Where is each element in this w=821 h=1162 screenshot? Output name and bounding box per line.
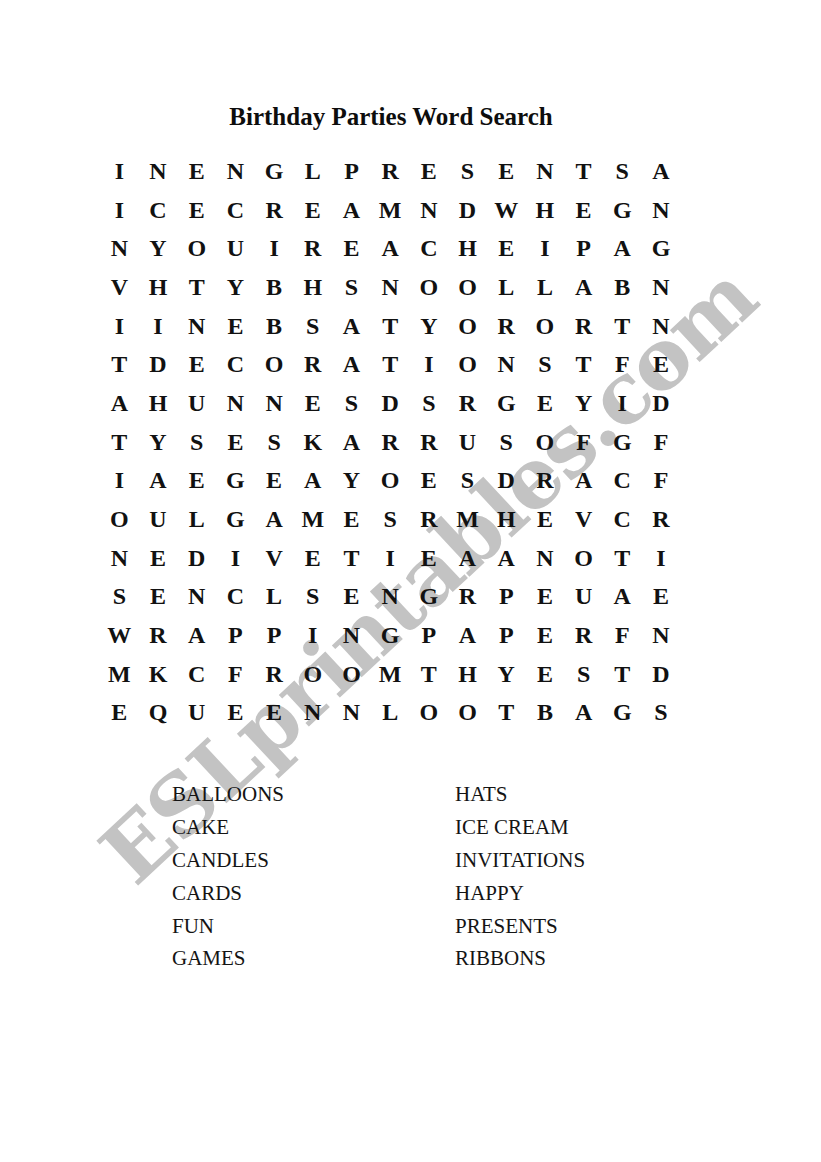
grid-cell-r9c1: I [100, 462, 139, 501]
grid-cell-r11c12: N [526, 539, 565, 578]
grid-cell-r15c12: B [526, 694, 565, 733]
grid-cell-r7c4: N [216, 384, 255, 423]
grid-cell-r2c1: I [100, 191, 139, 230]
word-list-item: HAPPY [455, 877, 585, 910]
grid-cell-r13c14: F [603, 616, 642, 655]
grid-cell-r2c15: N [642, 191, 681, 230]
grid-cell-r11c9: E [410, 539, 449, 578]
page-title: Birthday Parties Word Search [0, 100, 782, 133]
grid-cell-r13c7: N [332, 616, 371, 655]
grid-cell-r7c11: G [487, 384, 526, 423]
grid-cell-r11c13: O [564, 539, 603, 578]
grid-cell-r15c2: Q [139, 694, 178, 733]
grid-cell-r2c5: R [255, 191, 294, 230]
grid-cell-r10c14: C [603, 500, 642, 539]
grid-cell-r4c9: O [410, 268, 449, 307]
grid-cell-r11c15: I [642, 539, 681, 578]
grid-cell-r13c4: P [216, 616, 255, 655]
grid-cell-r9c13: A [564, 462, 603, 501]
grid-cell-r11c3: D [177, 539, 216, 578]
grid-cell-r2c11: W [487, 191, 526, 230]
grid-cell-r8c2: Y [139, 423, 178, 462]
word-list-item: ICE CREAM [455, 811, 585, 844]
grid-cell-r8c10: U [448, 423, 487, 462]
grid-cell-r5c5: B [255, 307, 294, 346]
grid-cell-r13c3: A [177, 616, 216, 655]
grid-cell-r10c10: M [448, 500, 487, 539]
grid-cell-r8c7: A [332, 423, 371, 462]
grid-cell-r3c13: P [564, 229, 603, 268]
word-list-item: GAMES [172, 942, 284, 975]
grid-cell-r11c11: A [487, 539, 526, 578]
grid-cell-r6c3: E [177, 345, 216, 384]
grid-cell-r9c2: A [139, 462, 178, 501]
grid-cell-r12c8: N [371, 578, 410, 617]
grid-cell-r15c14: G [603, 694, 642, 733]
grid-cell-r7c12: E [526, 384, 565, 423]
grid-cell-r15c9: O [410, 694, 449, 733]
word-list-item: PRESENTS [455, 910, 585, 943]
grid-cell-r1c9: E [410, 152, 449, 191]
grid-cell-r6c2: D [139, 345, 178, 384]
grid-cell-r1c15: A [642, 152, 681, 191]
word-search-grid: INENGLPRESENTSAICECREAMNDWHEGNNYOUIREACH… [100, 152, 680, 732]
grid-cell-r14c2: K [139, 655, 178, 694]
grid-cell-r12c7: E [332, 578, 371, 617]
grid-cell-r1c3: E [177, 152, 216, 191]
grid-cell-r9c4: G [216, 462, 255, 501]
grid-cell-r1c2: N [139, 152, 178, 191]
grid-cell-r3c3: O [177, 229, 216, 268]
grid-cell-r5c15: N [642, 307, 681, 346]
grid-cell-r2c7: A [332, 191, 371, 230]
grid-cell-r5c9: Y [410, 307, 449, 346]
grid-cell-r1c12: N [526, 152, 565, 191]
grid-cell-r8c5: S [255, 423, 294, 462]
grid-cell-r6c7: A [332, 345, 371, 384]
grid-cell-r9c3: E [177, 462, 216, 501]
grid-cell-r8c14: G [603, 423, 642, 462]
grid-cell-r14c8: M [371, 655, 410, 694]
grid-cell-r1c6: L [293, 152, 332, 191]
grid-cell-r2c2: C [139, 191, 178, 230]
word-list-item: INVITATIONS [455, 844, 585, 877]
grid-cell-r7c6: E [293, 384, 332, 423]
grid-cell-r12c3: N [177, 578, 216, 617]
grid-cell-r12c14: A [603, 578, 642, 617]
grid-cell-r2c4: C [216, 191, 255, 230]
grid-cell-r6c1: T [100, 345, 139, 384]
grid-cell-r13c15: N [642, 616, 681, 655]
grid-cell-r7c3: U [177, 384, 216, 423]
grid-cell-r11c1: N [100, 539, 139, 578]
grid-cell-r14c6: O [293, 655, 332, 694]
grid-cell-r15c8: L [371, 694, 410, 733]
grid-cell-r1c7: P [332, 152, 371, 191]
grid-cell-r13c5: P [255, 616, 294, 655]
word-list-item: BALLOONS [172, 778, 284, 811]
grid-cell-r8c15: F [642, 423, 681, 462]
grid-cell-r12c10: R [448, 578, 487, 617]
grid-cell-r6c5: O [255, 345, 294, 384]
grid-cell-r8c6: K [293, 423, 332, 462]
grid-cell-r7c8: D [371, 384, 410, 423]
grid-cell-r12c12: E [526, 578, 565, 617]
word-list-left-column: BALLOONSCAKECANDLESCARDSFUNGAMES [172, 778, 284, 975]
grid-cell-r15c15: S [642, 694, 681, 733]
grid-cell-r15c1: E [100, 694, 139, 733]
grid-cell-r4c4: Y [216, 268, 255, 307]
grid-cell-r5c2: I [139, 307, 178, 346]
grid-cell-r15c7: N [332, 694, 371, 733]
grid-cell-r1c8: R [371, 152, 410, 191]
grid-cell-r7c7: S [332, 384, 371, 423]
grid-cell-r5c12: O [526, 307, 565, 346]
grid-cell-r10c7: E [332, 500, 371, 539]
grid-cell-r9c9: E [410, 462, 449, 501]
grid-cell-r2c9: N [410, 191, 449, 230]
grid-cell-r10c13: V [564, 500, 603, 539]
grid-cell-r12c1: S [100, 578, 139, 617]
grid-cell-r14c4: F [216, 655, 255, 694]
grid-cell-r7c13: Y [564, 384, 603, 423]
grid-cell-r8c8: R [371, 423, 410, 462]
grid-cell-r8c1: T [100, 423, 139, 462]
grid-cell-r11c2: E [139, 539, 178, 578]
grid-cell-r7c5: N [255, 384, 294, 423]
grid-cell-r5c4: E [216, 307, 255, 346]
grid-cell-r8c11: S [487, 423, 526, 462]
grid-cell-r2c3: E [177, 191, 216, 230]
grid-cell-r10c2: U [139, 500, 178, 539]
grid-cell-r12c11: P [487, 578, 526, 617]
grid-cell-r2c6: E [293, 191, 332, 230]
grid-cell-r9c12: R [526, 462, 565, 501]
grid-cell-r9c15: F [642, 462, 681, 501]
grid-cell-r4c14: B [603, 268, 642, 307]
grid-cell-r15c3: U [177, 694, 216, 733]
grid-cell-r14c11: Y [487, 655, 526, 694]
grid-cell-r9c10: S [448, 462, 487, 501]
grid-cell-r13c9: P [410, 616, 449, 655]
grid-cell-r2c13: E [564, 191, 603, 230]
grid-cell-r2c8: M [371, 191, 410, 230]
grid-cell-r5c10: O [448, 307, 487, 346]
grid-cell-r14c1: M [100, 655, 139, 694]
grid-cell-r14c15: D [642, 655, 681, 694]
grid-cell-r12c9: G [410, 578, 449, 617]
grid-cell-r13c2: R [139, 616, 178, 655]
word-list-item: FUN [172, 910, 284, 943]
grid-cell-r6c12: S [526, 345, 565, 384]
worksheet-page: Birthday Parties Word Search INENGLPRESE… [0, 0, 821, 1162]
grid-cell-r4c8: N [371, 268, 410, 307]
grid-cell-r3c2: Y [139, 229, 178, 268]
grid-cell-r5c13: R [564, 307, 603, 346]
grid-cell-r9c8: O [371, 462, 410, 501]
grid-cell-r2c10: D [448, 191, 487, 230]
grid-cell-r4c3: T [177, 268, 216, 307]
grid-cell-r8c13: F [564, 423, 603, 462]
grid-cell-r1c1: I [100, 152, 139, 191]
grid-cell-r14c9: T [410, 655, 449, 694]
grid-cell-r12c6: S [293, 578, 332, 617]
grid-cell-r6c4: C [216, 345, 255, 384]
grid-cell-r15c11: T [487, 694, 526, 733]
grid-cell-r3c11: E [487, 229, 526, 268]
word-list-item: CAKE [172, 811, 284, 844]
grid-cell-r8c3: S [177, 423, 216, 462]
grid-cell-r10c1: O [100, 500, 139, 539]
grid-cell-r9c7: Y [332, 462, 371, 501]
grid-cell-r10c6: M [293, 500, 332, 539]
grid-cell-r2c12: H [526, 191, 565, 230]
grid-cell-r11c7: T [332, 539, 371, 578]
grid-cell-r9c6: A [293, 462, 332, 501]
grid-cell-r5c11: R [487, 307, 526, 346]
grid-cell-r12c15: E [642, 578, 681, 617]
grid-cell-r7c15: D [642, 384, 681, 423]
grid-cell-r8c4: E [216, 423, 255, 462]
grid-cell-r8c12: O [526, 423, 565, 462]
grid-cell-r6c10: O [448, 345, 487, 384]
grid-cell-r4c6: H [293, 268, 332, 307]
grid-cell-r7c14: I [603, 384, 642, 423]
grid-cell-r11c4: I [216, 539, 255, 578]
grid-cell-r13c6: I [293, 616, 332, 655]
grid-cell-r11c6: E [293, 539, 332, 578]
grid-cell-r10c8: S [371, 500, 410, 539]
grid-cell-r14c12: E [526, 655, 565, 694]
grid-cell-r9c5: E [255, 462, 294, 501]
grid-cell-r4c15: N [642, 268, 681, 307]
word-list-right-column: HATSICE CREAMINVITATIONSHAPPYPRESENTSRIB… [455, 778, 585, 975]
grid-cell-r3c6: R [293, 229, 332, 268]
grid-cell-r11c10: A [448, 539, 487, 578]
grid-cell-r11c5: V [255, 539, 294, 578]
grid-cell-r6c14: F [603, 345, 642, 384]
grid-cell-r15c4: E [216, 694, 255, 733]
grid-cell-r10c11: H [487, 500, 526, 539]
grid-cell-r4c7: S [332, 268, 371, 307]
grid-cell-r14c10: H [448, 655, 487, 694]
grid-cell-r3c15: G [642, 229, 681, 268]
grid-cell-r1c13: T [564, 152, 603, 191]
grid-cell-r13c8: G [371, 616, 410, 655]
grid-cell-r1c14: S [603, 152, 642, 191]
grid-cell-r5c7: A [332, 307, 371, 346]
grid-cell-r15c13: A [564, 694, 603, 733]
grid-cell-r10c4: G [216, 500, 255, 539]
grid-cell-r9c11: D [487, 462, 526, 501]
grid-cell-r6c9: I [410, 345, 449, 384]
grid-cell-r11c8: I [371, 539, 410, 578]
grid-cell-r5c6: S [293, 307, 332, 346]
grid-cell-r13c11: P [487, 616, 526, 655]
grid-cell-r6c13: T [564, 345, 603, 384]
grid-cell-r10c9: R [410, 500, 449, 539]
grid-cell-r6c15: E [642, 345, 681, 384]
grid-cell-r11c14: T [603, 539, 642, 578]
grid-cell-r3c9: C [410, 229, 449, 268]
grid-cell-r3c14: A [603, 229, 642, 268]
grid-cell-r7c2: H [139, 384, 178, 423]
grid-cell-r3c8: A [371, 229, 410, 268]
grid-cell-r1c4: N [216, 152, 255, 191]
word-list-item: CANDLES [172, 844, 284, 877]
grid-cell-r6c6: R [293, 345, 332, 384]
grid-cell-r4c13: A [564, 268, 603, 307]
grid-cell-r14c5: R [255, 655, 294, 694]
grid-cell-r3c5: I [255, 229, 294, 268]
grid-cell-r12c4: C [216, 578, 255, 617]
grid-cell-r4c2: H [139, 268, 178, 307]
grid-cell-r10c15: R [642, 500, 681, 539]
grid-cell-r14c14: T [603, 655, 642, 694]
grid-cell-r4c1: V [100, 268, 139, 307]
grid-cell-r7c1: A [100, 384, 139, 423]
grid-cell-r13c12: E [526, 616, 565, 655]
grid-cell-r7c10: R [448, 384, 487, 423]
grid-cell-r10c3: L [177, 500, 216, 539]
grid-cell-r1c11: E [487, 152, 526, 191]
grid-cell-r12c5: L [255, 578, 294, 617]
grid-cell-r14c3: C [177, 655, 216, 694]
word-list-item: CARDS [172, 877, 284, 910]
grid-cell-r4c11: L [487, 268, 526, 307]
grid-cell-r9c14: C [603, 462, 642, 501]
grid-cell-r6c11: N [487, 345, 526, 384]
grid-cell-r3c1: N [100, 229, 139, 268]
grid-cell-r12c2: E [139, 578, 178, 617]
grid-cell-r3c12: I [526, 229, 565, 268]
grid-cell-r10c12: E [526, 500, 565, 539]
grid-cell-r15c5: E [255, 694, 294, 733]
grid-cell-r12c13: U [564, 578, 603, 617]
grid-cell-r1c10: S [448, 152, 487, 191]
grid-cell-r14c7: O [332, 655, 371, 694]
grid-cell-r5c3: N [177, 307, 216, 346]
grid-cell-r4c12: L [526, 268, 565, 307]
grid-cell-r4c10: O [448, 268, 487, 307]
grid-cell-r7c9: S [410, 384, 449, 423]
grid-cell-r3c4: U [216, 229, 255, 268]
grid-cell-r14c13: S [564, 655, 603, 694]
grid-cell-r5c14: T [603, 307, 642, 346]
grid-cell-r3c10: H [448, 229, 487, 268]
grid-cell-r15c6: N [293, 694, 332, 733]
word-list-item: HATS [455, 778, 585, 811]
grid-cell-r13c1: W [100, 616, 139, 655]
grid-cell-r3c7: E [332, 229, 371, 268]
grid-cell-r2c14: G [603, 191, 642, 230]
grid-cell-r13c13: R [564, 616, 603, 655]
grid-cell-r5c1: I [100, 307, 139, 346]
grid-cell-r8c9: R [410, 423, 449, 462]
grid-cell-r5c8: T [371, 307, 410, 346]
grid-cell-r6c8: T [371, 345, 410, 384]
grid-cell-r1c5: G [255, 152, 294, 191]
grid-cell-r15c10: O [448, 694, 487, 733]
word-list-item: RIBBONS [455, 942, 585, 975]
grid-cell-r10c5: A [255, 500, 294, 539]
grid-cell-r4c5: B [255, 268, 294, 307]
grid-cell-r13c10: A [448, 616, 487, 655]
